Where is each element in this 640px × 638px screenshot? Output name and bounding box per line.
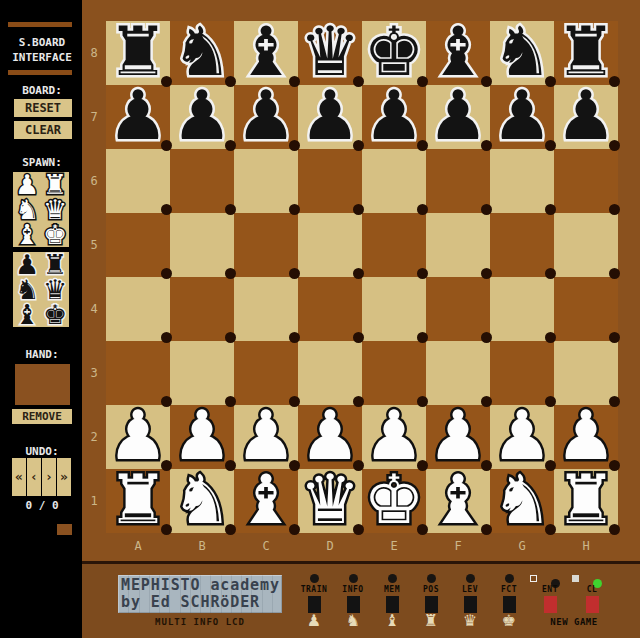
square-h6[interactable] (554, 149, 618, 213)
square-b4[interactable] (170, 277, 234, 341)
spawn-palette-black: ♟♟♜♜♞♞♛♛♝♝♚♚ (13, 252, 69, 327)
file-label-b: B (170, 533, 234, 559)
file-label-f: F (426, 533, 490, 559)
lev-led (466, 574, 475, 583)
square-d1[interactable]: ♛♛ (298, 469, 362, 533)
pos-label: POS (411, 585, 451, 594)
key-group-mem: MEM♝ (372, 564, 412, 638)
file-label-h: H (554, 533, 618, 559)
white-knight: ♞♞ (490, 469, 554, 533)
rank-label-8: 8 (82, 21, 106, 85)
square-d5[interactable] (298, 213, 362, 277)
square-a6[interactable] (106, 149, 170, 213)
square-h7[interactable]: ♟♟ (554, 85, 618, 149)
undo-section-label: UNDO: (0, 445, 84, 458)
black-pawn: ♟♟ (106, 85, 170, 149)
fct-label: FCT (489, 585, 529, 594)
square-a5[interactable] (106, 213, 170, 277)
square-e4[interactable] (362, 277, 426, 341)
square-f5[interactable] (426, 213, 490, 277)
board-frame: ♜♜♞♞♝♝♛♛♚♚♝♝♞♞♜♜♟♟♟♟♟♟♟♟♟♟♟♟♟♟♟♟♟♟♟♟♟♟♟♟… (82, 0, 640, 561)
white-knight: ♞♞ (170, 469, 234, 533)
black-king: ♚♚ (41, 302, 69, 327)
train-label: TRAIN (294, 585, 334, 594)
redo-all-button[interactable]: » (57, 458, 71, 496)
black-pawn: ♟♟ (298, 85, 362, 149)
square-a4[interactable] (106, 277, 170, 341)
white-king: ♚♚ (362, 469, 426, 533)
mem-led (388, 574, 397, 583)
file-label-e: E (362, 533, 426, 559)
square-c1[interactable]: ♝♝ (234, 469, 298, 533)
sidebar-title-line2: INTERFACE (0, 51, 84, 64)
undo-button[interactable]: ‹ (27, 458, 41, 496)
white-rook: ♜♜ (106, 469, 170, 533)
reset-button[interactable]: RESET (14, 99, 72, 117)
lev-label: LEV (450, 585, 490, 594)
square-b5[interactable] (170, 213, 234, 277)
file-label-a: A (106, 533, 170, 559)
spawn-black-king[interactable]: ♚♚ (41, 302, 69, 327)
square-d4[interactable] (298, 277, 362, 341)
square-a7[interactable]: ♟♟ (106, 85, 170, 149)
info-label: INFO (333, 585, 373, 594)
cl-label: CL (572, 585, 612, 594)
white-rook: ♜♜ (554, 469, 618, 533)
queen-icon: ♛ (450, 614, 490, 628)
rank-label-1: 1 (82, 469, 106, 533)
undo-controls: «‹›» (12, 458, 71, 496)
square-c6[interactable] (234, 149, 298, 213)
fct-led (505, 574, 514, 583)
square-f4[interactable] (426, 277, 490, 341)
train-led (310, 574, 319, 583)
square-b6[interactable] (170, 149, 234, 213)
black-pawn: ♟♟ (490, 85, 554, 149)
lcd-display: MEPHISTO academy by Ed SCHRöDER (118, 575, 282, 613)
undo-counter: 0 / 0 (0, 499, 84, 512)
new-game-label: NEW GAME (514, 617, 634, 627)
hand-display (15, 364, 70, 405)
square-c4[interactable] (234, 277, 298, 341)
square-f7[interactable]: ♟♟ (426, 85, 490, 149)
key-group-lev: LEV♛ (450, 564, 490, 638)
square-g4[interactable] (490, 277, 554, 341)
divider-bar-top (8, 22, 72, 27)
white-bishop: ♝♝ (13, 222, 41, 247)
square-c7[interactable]: ♟♟ (234, 85, 298, 149)
rank-label-5: 5 (82, 213, 106, 277)
black-pawn: ♟♟ (426, 85, 490, 149)
square-f1[interactable]: ♝♝ (426, 469, 490, 533)
square-e1[interactable]: ♚♚ (362, 469, 426, 533)
spawn-section-label: SPAWN: (0, 156, 84, 169)
square-c5[interactable] (234, 213, 298, 277)
undo-all-button[interactable]: « (12, 458, 26, 496)
info-led (349, 574, 358, 583)
square-e7[interactable]: ♟♟ (362, 85, 426, 149)
square-d7[interactable]: ♟♟ (298, 85, 362, 149)
square-h4[interactable] (554, 277, 618, 341)
square-f6[interactable] (426, 149, 490, 213)
black-pawn: ♟♟ (234, 85, 298, 149)
black-pawn: ♟♟ (554, 85, 618, 149)
square-g1[interactable]: ♞♞ (490, 469, 554, 533)
rank-label-2: 2 (82, 405, 106, 469)
board-grid: ♜♜♞♞♝♝♛♛♚♚♝♝♞♞♜♜♟♟♟♟♟♟♟♟♟♟♟♟♟♟♟♟♟♟♟♟♟♟♟♟… (106, 21, 618, 533)
black-bishop: ♝♝ (13, 302, 41, 327)
file-label-d: D (298, 533, 362, 559)
ent-button[interactable] (544, 596, 557, 613)
lcd-caption: MULTI INFO LCD (118, 617, 282, 627)
cl-button[interactable] (586, 596, 599, 613)
square-g5[interactable] (490, 213, 554, 277)
square-b7[interactable]: ♟♟ (170, 85, 234, 149)
square-d6[interactable] (298, 149, 362, 213)
hand-section-label: HAND: (0, 348, 84, 361)
rank-label-6: 6 (82, 149, 106, 213)
spawn-white-king[interactable]: ♚♚ (41, 222, 69, 247)
square-h1[interactable]: ♜♜ (554, 469, 618, 533)
square-e6[interactable] (362, 149, 426, 213)
square-e5[interactable] (362, 213, 426, 277)
rank-label-3: 3 (82, 341, 106, 405)
rank-label-7: 7 (82, 85, 106, 149)
sidebar-mark (57, 524, 72, 535)
spawn-black-bishop[interactable]: ♝♝ (13, 302, 41, 327)
file-label-g: G (490, 533, 554, 559)
divider-bar-bottom (8, 70, 72, 75)
key-group-info: INFO♞ (333, 564, 373, 638)
pawn-icon: ♟ (294, 614, 334, 628)
spawn-palette-white: ♟♟♜♜♞♞♛♛♝♝♚♚ (13, 172, 69, 247)
square-a1[interactable]: ♜♜ (106, 469, 170, 533)
board-section-label: BOARD: (0, 84, 84, 97)
knight-icon: ♞ (333, 614, 373, 628)
square-g6[interactable] (490, 149, 554, 213)
pos-led (427, 574, 436, 583)
remove-button[interactable]: REMOVE (12, 409, 72, 424)
control-panel: MEPHISTO academy by Ed SCHRöDER MULTI IN… (82, 564, 640, 638)
lcd-line-1: MEPHISTO academy (121, 577, 279, 594)
black-pawn: ♟♟ (362, 85, 426, 149)
white-bishop: ♝♝ (426, 469, 490, 533)
white-queen: ♛♛ (298, 469, 362, 533)
bishop-icon: ♝ (372, 614, 412, 628)
clear-button[interactable]: CLEAR (14, 121, 72, 139)
key-group-train: TRAIN♟ (294, 564, 334, 638)
mem-label: MEM (372, 585, 412, 594)
key-group-pos: POS♜ (411, 564, 451, 638)
redo-button[interactable]: › (42, 458, 56, 496)
black-pawn: ♟♟ (170, 85, 234, 149)
white-bishop: ♝♝ (234, 469, 298, 533)
file-label-c: C (234, 533, 298, 559)
sidebar: S.BOARD INTERFACE BOARD: RESET CLEAR SPA… (0, 0, 82, 638)
ent-square-indicator (530, 575, 537, 582)
lcd-line-2: by Ed SCHRöDER (121, 594, 279, 611)
square-b1[interactable]: ♞♞ (170, 469, 234, 533)
rook-icon: ♜ (411, 614, 451, 628)
square-h5[interactable] (554, 213, 618, 277)
square-g7[interactable]: ♟♟ (490, 85, 554, 149)
spawn-white-bishop[interactable]: ♝♝ (13, 222, 41, 247)
ent-label: ENT (530, 585, 570, 594)
white-king: ♚♚ (41, 222, 69, 247)
cl-square-indicator (572, 575, 579, 582)
rank-label-4: 4 (82, 277, 106, 341)
sidebar-title-line1: S.BOARD (0, 36, 84, 49)
